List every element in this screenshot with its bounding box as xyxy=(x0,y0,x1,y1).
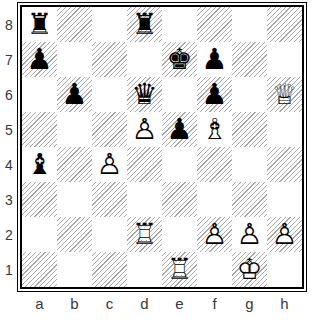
square-f6[interactable]: ♟ xyxy=(197,77,232,112)
square-h1[interactable] xyxy=(267,252,302,287)
square-f1[interactable] xyxy=(197,252,232,287)
piece-white-pawn[interactable]: ♟♙ xyxy=(232,217,267,252)
white-king-icon: ♔ xyxy=(232,252,267,287)
file-label-g: g xyxy=(232,292,267,316)
square-h6[interactable]: ♛♕ xyxy=(267,77,302,112)
square-c5[interactable] xyxy=(92,112,127,147)
rank-label-8: 8 xyxy=(1,7,17,42)
white-pawn-icon: ♙ xyxy=(92,147,127,182)
piece-black-king[interactable]: ♚ xyxy=(162,42,197,77)
square-g6[interactable] xyxy=(232,77,267,112)
rank-label-5: 5 xyxy=(1,112,17,147)
square-g2[interactable]: ♟♙ xyxy=(232,217,267,252)
square-e5[interactable]: ♟ xyxy=(162,112,197,147)
square-c7[interactable] xyxy=(92,42,127,77)
square-b4[interactable] xyxy=(57,147,92,182)
white-pawn-icon: ♙ xyxy=(127,112,162,147)
piece-black-pawn[interactable]: ♟ xyxy=(197,42,232,77)
square-f5[interactable]: ♝♗ xyxy=(197,112,232,147)
white-pawn-icon: ♙ xyxy=(232,217,267,252)
piece-black-rook[interactable]: ♜ xyxy=(127,7,162,42)
piece-white-queen[interactable]: ♛♕ xyxy=(267,77,302,112)
square-c8[interactable] xyxy=(92,7,127,42)
square-g7[interactable] xyxy=(232,42,267,77)
piece-white-rook[interactable]: ♜♖ xyxy=(162,252,197,287)
square-d7[interactable] xyxy=(127,42,162,77)
rank-label-7: 7 xyxy=(1,42,17,77)
piece-black-pawn[interactable]: ♟ xyxy=(57,77,92,112)
file-label-h: h xyxy=(267,292,302,316)
chess-diagram: 87654321 ♜♜♟♚♟♟♛♟♛♕♟♙♟♝♗♝♟♙♜♖♟♙♟♙♟♙♜♖♚♔ … xyxy=(1,2,307,316)
square-c4[interactable]: ♟♙ xyxy=(92,147,127,182)
white-rook-icon: ♖ xyxy=(162,252,197,287)
file-label-c: c xyxy=(92,292,127,316)
square-d1[interactable] xyxy=(127,252,162,287)
piece-white-bishop[interactable]: ♝♗ xyxy=(197,112,232,147)
square-b7[interactable] xyxy=(57,42,92,77)
square-c3[interactable] xyxy=(92,182,127,217)
rank-label-2: 2 xyxy=(1,217,17,252)
square-d8[interactable]: ♜ xyxy=(127,7,162,42)
rank-label-1: 1 xyxy=(1,252,17,287)
square-g4[interactable] xyxy=(232,147,267,182)
square-h8[interactable] xyxy=(267,7,302,42)
piece-black-queen[interactable]: ♛ xyxy=(127,77,162,112)
square-e1[interactable]: ♜♖ xyxy=(162,252,197,287)
file-label-a: a xyxy=(22,292,57,316)
piece-black-pawn[interactable]: ♟ xyxy=(197,77,232,112)
file-label-f: f xyxy=(197,292,232,316)
piece-black-pawn[interactable]: ♟ xyxy=(162,112,197,147)
square-g1[interactable]: ♚♔ xyxy=(232,252,267,287)
square-c1[interactable] xyxy=(92,252,127,287)
square-h5[interactable] xyxy=(267,112,302,147)
white-pawn-icon: ♙ xyxy=(267,217,302,252)
piece-white-rook[interactable]: ♜♖ xyxy=(127,217,162,252)
file-label-d: d xyxy=(127,292,162,316)
square-c6[interactable] xyxy=(92,77,127,112)
square-a1[interactable] xyxy=(22,252,57,287)
chess-board: ♜♜♟♚♟♟♛♟♛♕♟♙♟♝♗♝♟♙♜♖♟♙♟♙♟♙♜♖♚♔ xyxy=(20,5,304,289)
piece-white-king[interactable]: ♚♔ xyxy=(232,252,267,287)
square-f2[interactable]: ♟♙ xyxy=(197,217,232,252)
square-f8[interactable] xyxy=(197,7,232,42)
square-g8[interactable] xyxy=(232,7,267,42)
square-a7[interactable]: ♟ xyxy=(22,42,57,77)
white-bishop-icon: ♗ xyxy=(197,112,232,147)
square-e2[interactable] xyxy=(162,217,197,252)
square-e7[interactable]: ♚ xyxy=(162,42,197,77)
square-f7[interactable]: ♟ xyxy=(197,42,232,77)
square-b5[interactable] xyxy=(57,112,92,147)
square-d6[interactable]: ♛ xyxy=(127,77,162,112)
chess-board-frame: ♜♜♟♚♟♟♛♟♛♕♟♙♟♝♗♝♟♙♜♖♟♙♟♙♟♙♜♖♚♔ xyxy=(17,2,307,292)
square-b8[interactable] xyxy=(57,7,92,42)
square-g3[interactable] xyxy=(232,182,267,217)
piece-white-pawn[interactable]: ♟♙ xyxy=(267,217,302,252)
square-f3[interactable] xyxy=(197,182,232,217)
file-label-e: e xyxy=(162,292,197,316)
square-f4[interactable] xyxy=(197,147,232,182)
white-rook-icon: ♖ xyxy=(127,217,162,252)
white-queen-icon: ♕ xyxy=(267,77,302,112)
square-e8[interactable] xyxy=(162,7,197,42)
file-labels: abcdefgh xyxy=(17,292,307,316)
square-d4[interactable] xyxy=(127,147,162,182)
square-a5[interactable] xyxy=(22,112,57,147)
square-d2[interactable]: ♜♖ xyxy=(127,217,162,252)
square-a4[interactable]: ♝ xyxy=(22,147,57,182)
square-d5[interactable]: ♟♙ xyxy=(127,112,162,147)
square-e4[interactable] xyxy=(162,147,197,182)
piece-black-pawn[interactable]: ♟ xyxy=(22,42,57,77)
square-g5[interactable] xyxy=(232,112,267,147)
square-a6[interactable] xyxy=(22,77,57,112)
square-h2[interactable]: ♟♙ xyxy=(267,217,302,252)
square-b1[interactable] xyxy=(57,252,92,287)
corner-spacer xyxy=(1,292,17,316)
square-h7[interactable] xyxy=(267,42,302,77)
piece-black-rook[interactable]: ♜ xyxy=(22,7,57,42)
rank-labels: 87654321 xyxy=(1,2,17,292)
square-c2[interactable] xyxy=(92,217,127,252)
square-e3[interactable] xyxy=(162,182,197,217)
square-e6[interactable] xyxy=(162,77,197,112)
file-label-b: b xyxy=(57,292,92,316)
piece-white-pawn[interactable]: ♟♙ xyxy=(127,112,162,147)
square-h3[interactable] xyxy=(267,182,302,217)
square-a2[interactable] xyxy=(22,217,57,252)
square-h4[interactable] xyxy=(267,147,302,182)
square-a3[interactable] xyxy=(22,182,57,217)
piece-white-pawn[interactable]: ♟♙ xyxy=(197,217,232,252)
square-b2[interactable] xyxy=(57,217,92,252)
white-pawn-icon: ♙ xyxy=(197,217,232,252)
piece-black-bishop[interactable]: ♝ xyxy=(22,147,57,182)
square-a8[interactable]: ♜ xyxy=(22,7,57,42)
rank-label-4: 4 xyxy=(1,147,17,182)
rank-label-3: 3 xyxy=(1,182,17,217)
rank-label-6: 6 xyxy=(1,77,17,112)
square-d3[interactable] xyxy=(127,182,162,217)
piece-white-pawn[interactable]: ♟♙ xyxy=(92,147,127,182)
square-b3[interactable] xyxy=(57,182,92,217)
square-b6[interactable]: ♟ xyxy=(57,77,92,112)
